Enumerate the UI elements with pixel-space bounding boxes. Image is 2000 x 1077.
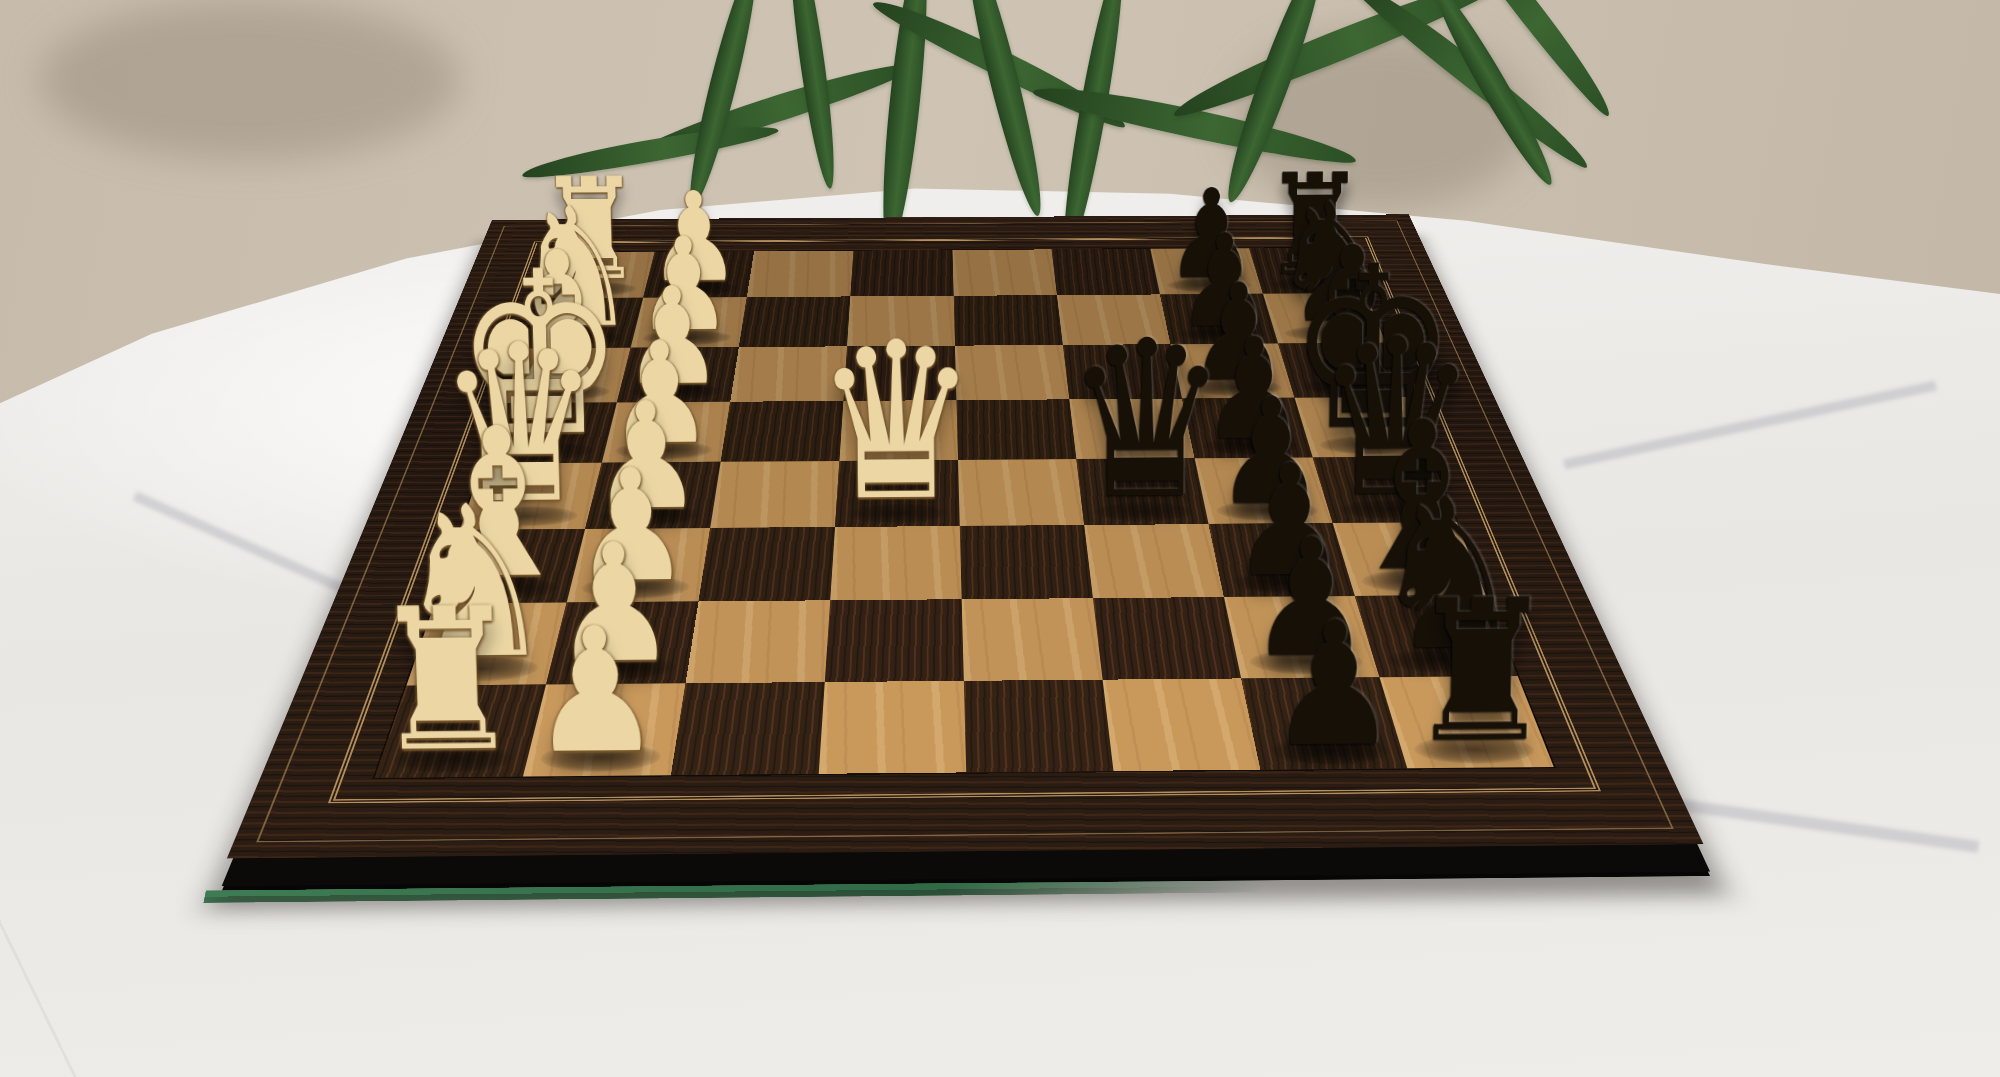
square-b6[interactable] [1093, 597, 1241, 680]
white-rook-a1[interactable]: ♜ [369, 588, 524, 775]
white-pawn-a2[interactable]: ♟ [528, 609, 663, 774]
square-a5[interactable] [964, 680, 1114, 773]
square-h6[interactable] [1051, 249, 1160, 295]
square-a2[interactable]: ♟ [523, 683, 686, 776]
square-h5[interactable] [952, 249, 1056, 295]
board-grid: ♜♟♟♜♞♟♟♞♝♟♟♝♚♟♟♚♛♟♛♛♟♛♝♟♟♝♞♟♟♞♜♟♟♜ [375, 248, 1554, 778]
plant-leaf [957, 0, 1052, 219]
square-a7[interactable]: ♟ [1241, 677, 1407, 769]
black-queen-d6[interactable]: ♛ [1065, 316, 1228, 523]
square-c3[interactable] [699, 527, 836, 601]
photo-scene: ♜♟♟♜♞♟♟♞♝♟♟♝♚♟♟♚♛♟♛♛♟♛♝♟♟♝♞♟♟♞♜♟♟♜ [0, 0, 2000, 1077]
square-h4[interactable] [850, 250, 953, 296]
square-a1[interactable]: ♜ [375, 684, 546, 777]
square-a4[interactable] [819, 681, 967, 774]
square-h3[interactable] [747, 251, 854, 297]
square-a6[interactable] [1103, 678, 1261, 771]
square-a3[interactable] [671, 682, 825, 775]
square-a8[interactable]: ♜ [1380, 676, 1554, 768]
square-c5[interactable] [960, 525, 1093, 599]
square-d6[interactable]: ♛ [1076, 458, 1208, 525]
leaf-shadow-on-wall [40, 0, 460, 160]
black-rook-a8[interactable]: ♜ [1406, 580, 1557, 766]
square-b4[interactable] [825, 599, 964, 682]
white-queen-d4[interactable]: ♛ [814, 318, 979, 525]
square-c6[interactable] [1084, 524, 1224, 598]
square-d4[interactable]: ♛ [835, 460, 960, 527]
square-c4[interactable] [830, 526, 961, 600]
black-pawn-a7[interactable]: ♟ [1268, 603, 1400, 767]
